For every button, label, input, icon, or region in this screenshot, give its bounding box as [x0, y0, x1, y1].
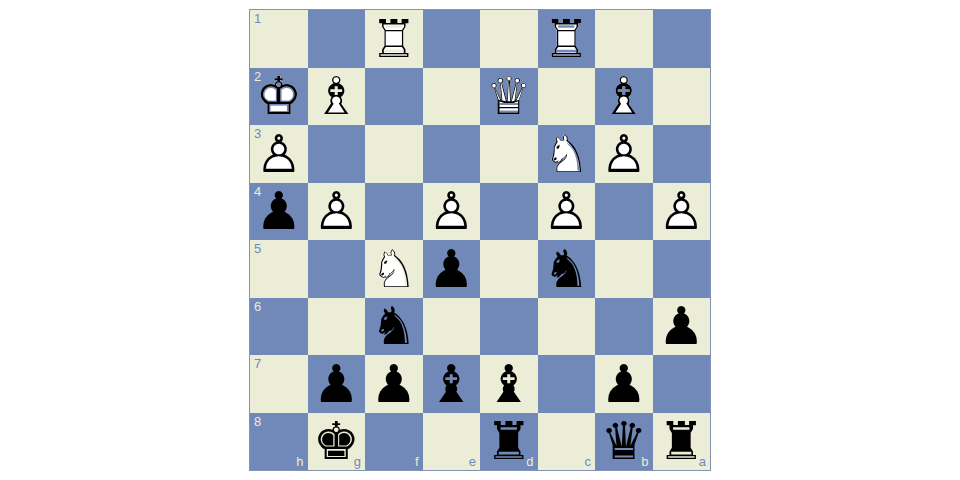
square-a4[interactable]: ♟♙	[653, 183, 711, 241]
piece-wP-a4[interactable]: ♟♙	[653, 183, 711, 241]
square-c3[interactable]: ♞♘	[538, 125, 596, 183]
square-c8[interactable]: c	[538, 413, 596, 471]
square-d2[interactable]: ♛♕	[480, 68, 538, 126]
square-e1[interactable]	[423, 10, 481, 68]
piece-outline-glyph: ♕	[480, 68, 538, 126]
piece-bB-e7[interactable]: ♝	[423, 355, 481, 413]
square-f8[interactable]: f	[365, 413, 423, 471]
piece-outline-glyph: ♖	[538, 10, 596, 68]
square-a8[interactable]: a♜	[653, 413, 711, 471]
square-e3[interactable]	[423, 125, 481, 183]
square-b8[interactable]: b♛	[595, 413, 653, 471]
piece-wR-f1[interactable]: ♜♖	[365, 10, 423, 68]
square-d5[interactable]	[480, 240, 538, 298]
piece-wP-e4[interactable]: ♟♙	[423, 183, 481, 241]
square-b1[interactable]	[595, 10, 653, 68]
piece-bN-f6[interactable]: ♞	[365, 298, 423, 356]
square-b7[interactable]: ♟	[595, 355, 653, 413]
rank-label-5: 5	[254, 242, 261, 255]
square-b5[interactable]	[595, 240, 653, 298]
piece-fill-glyph: ♟	[365, 355, 423, 413]
square-b4[interactable]	[595, 183, 653, 241]
square-d3[interactable]	[480, 125, 538, 183]
piece-wN-f5[interactable]: ♞♘	[365, 240, 423, 298]
square-c6[interactable]	[538, 298, 596, 356]
square-h3[interactable]: 3♟♙	[250, 125, 308, 183]
piece-bK-g8[interactable]: ♚	[308, 413, 366, 471]
piece-fill-glyph: ♝	[423, 355, 481, 413]
piece-bP-f7[interactable]: ♟	[365, 355, 423, 413]
piece-fill-glyph: ♜	[653, 413, 711, 471]
rank-label-8: 8	[254, 415, 261, 428]
square-a5[interactable]	[653, 240, 711, 298]
square-d6[interactable]	[480, 298, 538, 356]
piece-bR-a8[interactable]: ♜	[653, 413, 711, 471]
piece-fill-glyph: ♟	[308, 355, 366, 413]
rank-label-6: 6	[254, 300, 261, 313]
piece-outline-glyph: ♘	[365, 240, 423, 298]
piece-bB-d7[interactable]: ♝	[480, 355, 538, 413]
piece-outline-glyph: ♗	[308, 68, 366, 126]
square-h5[interactable]: 5	[250, 240, 308, 298]
square-h2[interactable]: 2♚♔	[250, 68, 308, 126]
square-d7[interactable]: ♝	[480, 355, 538, 413]
page-background: 1♜♖♜♖2♚♔♝♗♛♕♝♗3♟♙♞♘♟♙4♟♟♙♟♙♟♙♟♙5♞♘♟♞6♞♟7…	[0, 0, 960, 480]
piece-wN-c3[interactable]: ♞♘	[538, 125, 596, 183]
rank-label-7: 7	[254, 357, 261, 370]
piece-fill-glyph: ♟	[653, 298, 711, 356]
square-b3[interactable]: ♟♙	[595, 125, 653, 183]
piece-outline-glyph: ♙	[595, 125, 653, 183]
piece-wR-c1[interactable]: ♜♖	[538, 10, 596, 68]
piece-wK-h2[interactable]: ♚♔	[250, 68, 308, 126]
square-f5[interactable]: ♞♘	[365, 240, 423, 298]
square-g7[interactable]: ♟	[308, 355, 366, 413]
piece-fill-glyph: ♟	[423, 240, 481, 298]
square-g8[interactable]: g♚	[308, 413, 366, 471]
square-h7[interactable]: 7	[250, 355, 308, 413]
file-label-e: e	[469, 455, 476, 468]
piece-outline-glyph: ♙	[423, 183, 481, 241]
piece-outline-glyph: ♙	[308, 183, 366, 241]
square-e8[interactable]: e	[423, 413, 481, 471]
square-h1[interactable]: 1	[250, 10, 308, 68]
piece-fill-glyph: ♛	[595, 413, 653, 471]
piece-bP-h4[interactable]: ♟	[250, 183, 308, 241]
square-g5[interactable]	[308, 240, 366, 298]
piece-outline-glyph: ♙	[653, 183, 711, 241]
piece-outline-glyph: ♗	[595, 68, 653, 126]
piece-bP-e5[interactable]: ♟	[423, 240, 481, 298]
file-label-f: f	[415, 455, 419, 468]
square-f7[interactable]: ♟	[365, 355, 423, 413]
square-d8[interactable]: d♜	[480, 413, 538, 471]
piece-outline-glyph: ♙	[250, 125, 308, 183]
square-a6[interactable]: ♟	[653, 298, 711, 356]
square-a1[interactable]	[653, 10, 711, 68]
square-a7[interactable]	[653, 355, 711, 413]
piece-fill-glyph: ♚	[308, 413, 366, 471]
square-g6[interactable]	[308, 298, 366, 356]
square-a3[interactable]	[653, 125, 711, 183]
piece-wB-b2[interactable]: ♝♗	[595, 68, 653, 126]
file-label-c: c	[585, 455, 592, 468]
square-f4[interactable]	[365, 183, 423, 241]
square-e4[interactable]: ♟♙	[423, 183, 481, 241]
square-d1[interactable]	[480, 10, 538, 68]
rank-label-1: 1	[254, 12, 261, 25]
square-a2[interactable]	[653, 68, 711, 126]
square-c5[interactable]: ♞	[538, 240, 596, 298]
square-g1[interactable]	[308, 10, 366, 68]
piece-bQ-b8[interactable]: ♛	[595, 413, 653, 471]
square-h4[interactable]: 4♟	[250, 183, 308, 241]
square-c4[interactable]: ♟♙	[538, 183, 596, 241]
piece-outline-glyph: ♔	[250, 68, 308, 126]
piece-bP-a6[interactable]: ♟	[653, 298, 711, 356]
piece-bR-d8[interactable]: ♜	[480, 413, 538, 471]
square-b6[interactable]	[595, 298, 653, 356]
piece-fill-glyph: ♞	[538, 240, 596, 298]
piece-fill-glyph: ♟	[250, 183, 308, 241]
square-e2[interactable]	[423, 68, 481, 126]
square-f2[interactable]	[365, 68, 423, 126]
square-e6[interactable]	[423, 298, 481, 356]
piece-outline-glyph: ♙	[538, 183, 596, 241]
piece-wP-c4[interactable]: ♟♙	[538, 183, 596, 241]
piece-fill-glyph: ♞	[365, 298, 423, 356]
square-c2[interactable]	[538, 68, 596, 126]
piece-outline-glyph: ♘	[538, 125, 596, 183]
piece-bN-c5[interactable]: ♞	[538, 240, 596, 298]
square-g3[interactable]	[308, 125, 366, 183]
square-g2[interactable]: ♝♗	[308, 68, 366, 126]
square-e5[interactable]: ♟	[423, 240, 481, 298]
piece-bP-b7[interactable]: ♟	[595, 355, 653, 413]
piece-wB-g2[interactable]: ♝♗	[308, 68, 366, 126]
square-c1[interactable]: ♜♖	[538, 10, 596, 68]
square-b2[interactable]: ♝♗	[595, 68, 653, 126]
square-f3[interactable]	[365, 125, 423, 183]
piece-fill-glyph: ♟	[595, 355, 653, 413]
square-c7[interactable]	[538, 355, 596, 413]
square-d4[interactable]	[480, 183, 538, 241]
piece-wQ-d2[interactable]: ♛♕	[480, 68, 538, 126]
square-e7[interactable]: ♝	[423, 355, 481, 413]
piece-wP-b3[interactable]: ♟♙	[595, 125, 653, 183]
square-g4[interactable]: ♟♙	[308, 183, 366, 241]
square-f1[interactable]: ♜♖	[365, 10, 423, 68]
piece-wP-g4[interactable]: ♟♙	[308, 183, 366, 241]
piece-wP-h3[interactable]: ♟♙	[250, 125, 308, 183]
file-label-h: h	[296, 455, 303, 468]
square-f6[interactable]: ♞	[365, 298, 423, 356]
square-h8[interactable]: 8h	[250, 413, 308, 471]
piece-fill-glyph: ♝	[480, 355, 538, 413]
chess-board: 1♜♖♜♖2♚♔♝♗♛♕♝♗3♟♙♞♘♟♙4♟♟♙♟♙♟♙♟♙5♞♘♟♞6♞♟7…	[249, 9, 711, 471]
square-h6[interactable]: 6	[250, 298, 308, 356]
piece-bP-g7[interactable]: ♟	[308, 355, 366, 413]
piece-fill-glyph: ♜	[480, 413, 538, 471]
piece-outline-glyph: ♖	[365, 10, 423, 68]
